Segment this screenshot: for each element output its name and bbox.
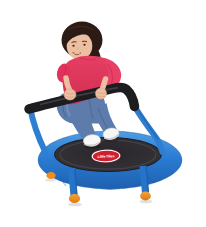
- foot-back-left: [46, 172, 55, 179]
- product-photo: Little Tikes: [0, 0, 206, 227]
- brand-logo-text: Little Tikes: [97, 154, 114, 159]
- child-arm-right: [66, 78, 70, 90]
- trampoline-scene: Little Tikes: [0, 0, 206, 227]
- foot-center: [69, 194, 80, 203]
- child-eye-left: [72, 45, 74, 47]
- handlebar-post-left: [30, 107, 46, 153]
- foot-shadow-center: [68, 203, 82, 207]
- leg-center: [72, 168, 75, 196]
- foot-right: [140, 192, 151, 201]
- child-eye-right: [83, 44, 85, 46]
- child-hand-right: [64, 89, 76, 100]
- leg-right: [143, 166, 146, 193]
